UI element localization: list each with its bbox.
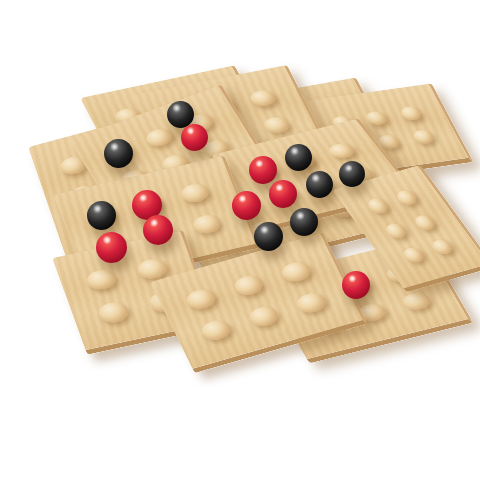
board-hole[interactable] <box>400 246 426 264</box>
board-hole[interactable] <box>198 318 233 343</box>
black-marble[interactable] <box>285 144 312 171</box>
board-hole[interactable] <box>246 304 281 329</box>
red-marble[interactable] <box>269 180 297 208</box>
black-marble[interactable] <box>290 208 318 236</box>
red-marble[interactable] <box>249 156 277 184</box>
black-marble[interactable] <box>104 139 133 168</box>
black-marble[interactable] <box>306 171 333 198</box>
red-marble[interactable] <box>232 191 261 220</box>
board-hole[interactable] <box>394 189 420 207</box>
board-hole[interactable] <box>84 267 119 291</box>
board-hole[interactable] <box>397 105 423 121</box>
board-hole[interactable] <box>179 182 212 205</box>
board-hole[interactable] <box>294 290 329 315</box>
board-hole[interactable] <box>261 115 292 134</box>
board-hole[interactable] <box>183 287 218 312</box>
board-hole[interactable] <box>429 238 455 256</box>
black-marble[interactable] <box>254 222 283 251</box>
black-marble[interactable] <box>167 101 194 128</box>
kulami-board <box>0 0 480 480</box>
red-marble[interactable] <box>181 124 208 151</box>
board-hole[interactable] <box>96 300 131 324</box>
board-hole[interactable] <box>363 110 389 126</box>
board-hole[interactable] <box>248 89 279 108</box>
board-hole[interactable] <box>279 260 314 285</box>
board-hole[interactable] <box>231 273 266 298</box>
board-hole[interactable] <box>410 129 436 145</box>
board-hole[interactable] <box>400 290 434 312</box>
board-hole[interactable] <box>325 142 357 161</box>
red-marble[interactable] <box>96 232 127 263</box>
board-hole[interactable] <box>143 126 175 149</box>
board-hole[interactable] <box>412 213 438 231</box>
black-marble[interactable] <box>87 201 116 230</box>
board-hole[interactable] <box>382 222 408 240</box>
black-marble[interactable] <box>339 161 365 187</box>
red-marble[interactable] <box>342 271 370 299</box>
board-hole[interactable] <box>365 197 391 215</box>
red-marble[interactable] <box>143 215 173 245</box>
board-hole[interactable] <box>191 212 224 235</box>
